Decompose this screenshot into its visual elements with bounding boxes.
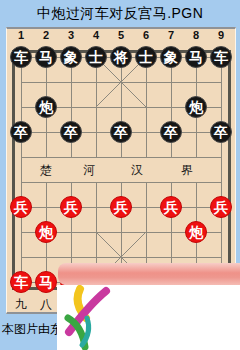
red-piece-炮[interactable]: 炮 — [185, 221, 207, 243]
red-piece-兵[interactable]: 兵 — [110, 196, 132, 218]
file-label-top: 2 — [39, 29, 53, 41]
black-piece-车[interactable]: 车 — [10, 46, 32, 68]
black-piece-士[interactable]: 士 — [135, 46, 157, 68]
black-piece-炮[interactable]: 炮 — [185, 96, 207, 118]
file-label-top: 5 — [114, 29, 128, 41]
black-piece-卒[interactable]: 卒 — [160, 121, 182, 143]
river-char: 楚 — [39, 162, 53, 179]
red-piece-炮[interactable]: 炮 — [35, 221, 57, 243]
xiangqi-screenshot: 中炮过河车对反宫马.PGN 123456789 楚河汉界 车马象士将士象马车炮炮… — [0, 0, 240, 350]
black-piece-马[interactable]: 马 — [185, 46, 207, 68]
file-label-top: 6 — [139, 29, 153, 41]
black-piece-炮[interactable]: 炮 — [35, 96, 57, 118]
watermark-panel: 游戏坊 — [57, 285, 240, 350]
file-label-top: 9 — [214, 29, 228, 41]
black-piece-将[interactable]: 将 — [110, 46, 132, 68]
river-char: 河 — [82, 162, 96, 179]
red-piece-兵[interactable]: 兵 — [160, 196, 182, 218]
black-piece-卒[interactable]: 卒 — [210, 121, 232, 143]
file-label-bottom: 八 — [38, 296, 54, 313]
file-label-top: 4 — [89, 29, 103, 41]
black-piece-卒[interactable]: 卒 — [110, 121, 132, 143]
file-label-top: 3 — [64, 29, 78, 41]
black-piece-车[interactable]: 车 — [210, 46, 232, 68]
highlight-bar-overlay — [58, 263, 240, 285]
red-piece-兵[interactable]: 兵 — [10, 196, 32, 218]
red-piece-车[interactable]: 车 — [10, 271, 32, 293]
file-label-top: 8 — [189, 29, 203, 41]
black-piece-卒[interactable]: 卒 — [10, 121, 32, 143]
river-char: 界 — [180, 162, 194, 179]
brush-logo-icon — [59, 285, 119, 350]
black-piece-卒[interactable]: 卒 — [60, 121, 82, 143]
black-piece-象[interactable]: 象 — [160, 46, 182, 68]
river-char: 汉 — [130, 162, 144, 179]
page-title: 中炮过河车对反宫马.PGN — [0, 0, 240, 27]
black-piece-象[interactable]: 象 — [60, 46, 82, 68]
red-piece-兵[interactable]: 兵 — [60, 196, 82, 218]
black-piece-马[interactable]: 马 — [35, 46, 57, 68]
file-label-top: 7 — [164, 29, 178, 41]
file-label-top: 1 — [14, 29, 28, 41]
red-piece-兵[interactable]: 兵 — [210, 196, 232, 218]
red-piece-马[interactable]: 马 — [35, 271, 57, 293]
black-piece-士[interactable]: 士 — [85, 46, 107, 68]
file-label-bottom: 九 — [13, 296, 29, 313]
